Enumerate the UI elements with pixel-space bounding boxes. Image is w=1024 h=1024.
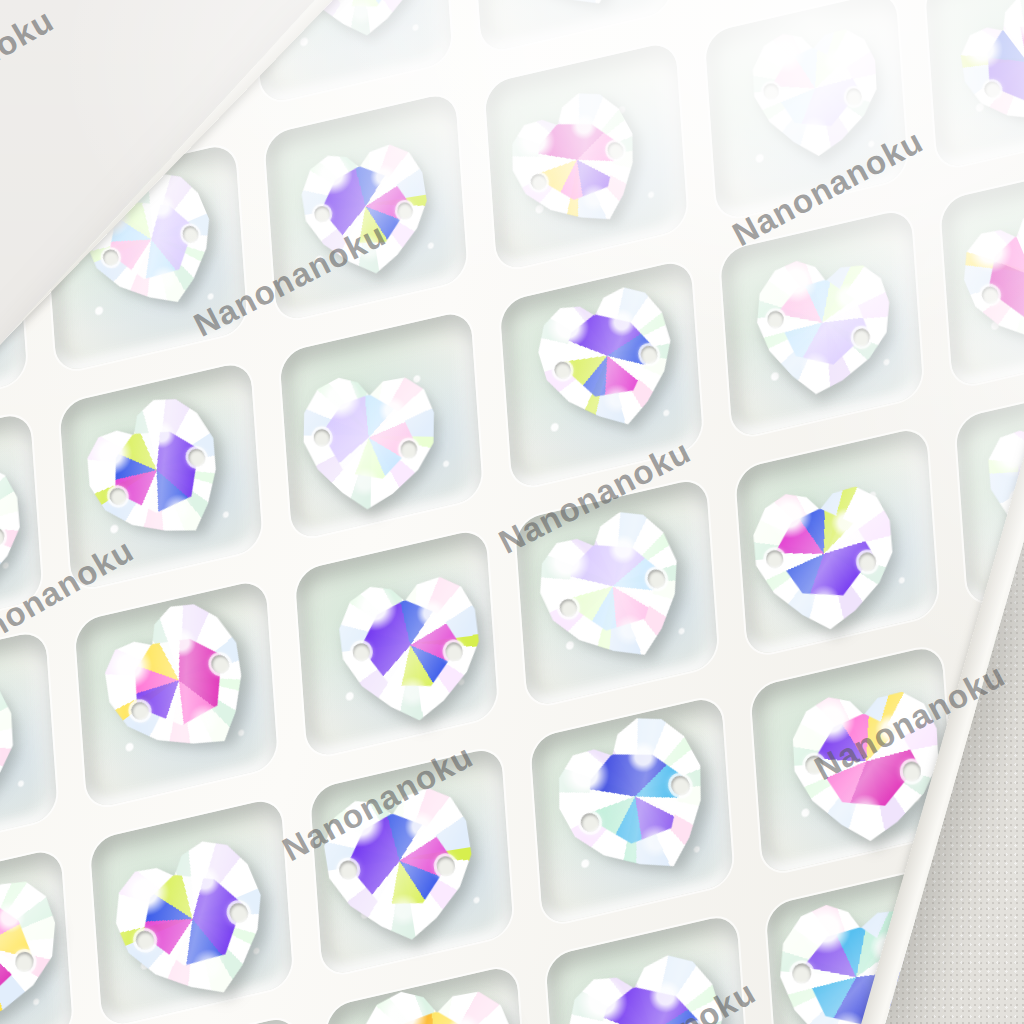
rhinestone: [294, 368, 444, 515]
rhinestone-facets: [0, 455, 35, 611]
tray-cell: [0, 847, 73, 1024]
rhinestone: [307, 774, 494, 958]
tray-cell: [545, 913, 749, 1024]
tray-cell: [499, 259, 703, 491]
rhinestone: [287, 132, 446, 288]
rhinestone-facets: [485, 70, 673, 257]
tray-cell: [264, 91, 468, 323]
rhinestone: [487, 0, 660, 35]
sew-hole-left: [1014, 722, 1024, 748]
tray-cell: [279, 309, 483, 541]
rhinestone-facets: [0, 669, 26, 829]
rhinestone-facets: [740, 476, 908, 641]
rhinestone-facets: [74, 576, 290, 791]
rhinestone-facets: [487, 0, 660, 35]
tray-cell: [925, 0, 1024, 171]
rhinestone-facets: [981, 806, 1024, 1024]
rhinestone: [517, 269, 700, 450]
rhinestone-facets: [348, 981, 523, 1024]
rhinestone: [348, 981, 523, 1024]
tray-cell: [90, 797, 294, 1024]
rhinestone: [933, 0, 1024, 162]
rhinestone: [0, 455, 35, 611]
rhinestone: [742, 21, 888, 164]
tray-cell: [515, 477, 719, 709]
tray-cell: [940, 157, 1024, 389]
rhinestone-facets: [742, 249, 902, 405]
rhinestone-facets: [0, 863, 69, 1024]
tray-cell: [0, 193, 28, 425]
tray-cell: [0, 629, 58, 861]
rhinestone-facets: [527, 691, 748, 910]
tray-cell: [484, 40, 688, 272]
rhinestone-facets: [938, 185, 1024, 375]
rhinestone-facets: [512, 488, 717, 692]
tray-wrapper: [0, 0, 1024, 1024]
rhinestone-facets: [88, 817, 301, 1024]
rhinestone: [485, 70, 673, 257]
rhinestone: [74, 576, 290, 791]
tray-cell: [0, 411, 43, 643]
rhinestone: [32, 0, 214, 137]
tray-cell: [294, 528, 498, 760]
sew-hole-right: [145, 20, 166, 41]
rhinestone-facets: [517, 269, 700, 450]
tray-cell: [720, 208, 924, 440]
rhinestone-facets: [287, 132, 446, 288]
rhinestone-facets: [763, 891, 949, 1024]
rhinestone: [88, 817, 301, 1024]
tray-cell: [310, 746, 514, 978]
tray-cell: [59, 360, 263, 592]
tray-cell: [44, 142, 248, 374]
rhinestone: [0, 669, 26, 829]
rhinestone-facets: [307, 774, 494, 958]
tray-cell: [704, 0, 908, 221]
rhinestone: [512, 488, 717, 692]
tray-cell: [325, 964, 529, 1024]
tray-cell: [74, 578, 278, 810]
tray-cell: [469, 0, 673, 54]
sew-hole-left: [78, 59, 99, 80]
rhinestone-facets: [543, 934, 757, 1024]
rhinestone: [938, 185, 1024, 375]
sew-hole-right: [401, 441, 418, 459]
rhinestone-facets: [933, 0, 1024, 162]
rhinestone: [763, 891, 949, 1024]
rhinestone-tray: [0, 0, 1024, 1024]
rhinestone: [0, 863, 69, 1024]
rhinestone: [742, 249, 902, 405]
rhinestone-facets: [58, 373, 260, 574]
tray-cell: [0, 0, 12, 207]
rhinestone: [981, 806, 1024, 1024]
tray-cell: [735, 426, 939, 658]
rhinestone: [740, 476, 908, 641]
tray-cell: [986, 811, 1024, 1024]
tray-cell: [530, 695, 734, 927]
rhinestone-facets: [32, 0, 214, 137]
rhinestone: [527, 691, 748, 910]
rhinestone: [543, 934, 757, 1024]
tray-grid: [0, 0, 1024, 1024]
rhinestone: [58, 373, 260, 574]
photo-canvas: NanonanokuNanonanokuNanonanokuNanonanoku…: [0, 0, 1024, 1024]
rhinestone-facets: [324, 565, 497, 735]
rhinestone: [324, 565, 497, 735]
